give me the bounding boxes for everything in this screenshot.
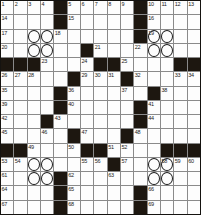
white-cell[interactable]: 44 bbox=[148, 115, 160, 128]
black-cell bbox=[94, 144, 106, 157]
white-cell[interactable]: 45 bbox=[1, 129, 13, 142]
white-cell[interactable]: 1 bbox=[1, 1, 13, 14]
black-cell bbox=[14, 58, 26, 71]
white-cell[interactable] bbox=[28, 15, 40, 28]
white-cell[interactable] bbox=[188, 44, 200, 57]
clue-number: 29 bbox=[81, 72, 87, 78]
white-cell[interactable] bbox=[174, 15, 186, 28]
black-cell bbox=[121, 129, 133, 142]
white-cell[interactable] bbox=[174, 30, 186, 43]
white-cell[interactable]: 43 bbox=[54, 115, 66, 128]
white-cell[interactable] bbox=[148, 72, 160, 85]
white-cell[interactable]: 59 bbox=[174, 158, 186, 171]
clue-number: 27 bbox=[15, 72, 21, 78]
clue-number: 51 bbox=[108, 144, 114, 150]
white-cell[interactable]: 53 bbox=[1, 158, 13, 171]
white-cell[interactable]: 9 bbox=[121, 1, 133, 14]
white-cell[interactable] bbox=[14, 186, 26, 199]
white-cell[interactable] bbox=[148, 129, 160, 142]
clue-number: 65 bbox=[68, 186, 74, 192]
white-cell[interactable] bbox=[148, 44, 160, 57]
white-cell[interactable] bbox=[28, 87, 40, 100]
circle-marker bbox=[161, 172, 173, 185]
clue-number: 44 bbox=[148, 115, 154, 121]
white-cell[interactable]: 24 bbox=[81, 58, 93, 71]
white-cell[interactable] bbox=[174, 101, 186, 114]
white-cell[interactable] bbox=[108, 87, 120, 100]
white-cell[interactable] bbox=[41, 87, 53, 100]
white-cell[interactable] bbox=[188, 172, 200, 185]
white-cell[interactable] bbox=[188, 15, 200, 28]
clue-number: 60 bbox=[188, 158, 194, 164]
clue-number: 5 bbox=[68, 1, 71, 7]
white-cell[interactable] bbox=[121, 172, 133, 185]
white-cell[interactable]: 10 bbox=[148, 1, 160, 14]
white-cell[interactable]: 65 bbox=[68, 186, 80, 199]
white-cell[interactable] bbox=[94, 15, 106, 28]
white-cell[interactable] bbox=[54, 129, 66, 142]
white-cell[interactable]: 23 bbox=[41, 58, 53, 71]
clue-number: 40 bbox=[68, 101, 74, 107]
white-cell[interactable] bbox=[188, 101, 200, 114]
clue-number: 67 bbox=[2, 201, 8, 207]
clue-number: 32 bbox=[135, 72, 141, 78]
white-cell[interactable] bbox=[94, 186, 106, 199]
white-cell[interactable]: 64 bbox=[1, 186, 13, 199]
white-cell[interactable]: 62 bbox=[68, 172, 80, 185]
white-cell[interactable] bbox=[68, 44, 80, 57]
clue-number: 64 bbox=[2, 186, 8, 192]
black-cell bbox=[1, 58, 13, 71]
black-cell bbox=[134, 101, 146, 114]
clue-number: 24 bbox=[81, 58, 87, 64]
white-cell[interactable]: 39 bbox=[1, 101, 13, 114]
black-cell bbox=[188, 144, 200, 157]
white-cell[interactable]: 21 bbox=[94, 44, 106, 57]
black-cell bbox=[134, 186, 146, 199]
white-cell[interactable] bbox=[81, 201, 93, 214]
white-cell[interactable] bbox=[14, 15, 26, 28]
white-cell[interactable] bbox=[54, 158, 66, 171]
black-cell bbox=[134, 1, 146, 14]
white-cell[interactable]: 5 bbox=[68, 1, 80, 14]
white-cell[interactable] bbox=[41, 101, 53, 114]
black-cell bbox=[28, 58, 40, 71]
white-cell[interactable]: 67 bbox=[1, 201, 13, 214]
white-cell[interactable] bbox=[28, 201, 40, 214]
clue-number: 1 bbox=[2, 1, 5, 7]
white-cell[interactable] bbox=[14, 87, 26, 100]
circle-marker bbox=[41, 44, 53, 57]
clue-number: 30 bbox=[95, 72, 101, 78]
white-cell[interactable]: 28 bbox=[28, 72, 40, 85]
white-cell[interactable] bbox=[54, 44, 66, 57]
white-cell[interactable]: 68 bbox=[68, 201, 80, 214]
white-cell[interactable] bbox=[81, 186, 93, 199]
clue-number: 37 bbox=[121, 87, 127, 93]
black-cell bbox=[134, 30, 146, 43]
white-cell[interactable]: 22 bbox=[134, 44, 146, 57]
white-cell[interactable] bbox=[161, 186, 173, 199]
white-cell[interactable]: 49 bbox=[28, 144, 40, 157]
white-cell[interactable]: 40 bbox=[68, 101, 80, 114]
white-cell[interactable] bbox=[108, 101, 120, 114]
white-cell[interactable]: 7 bbox=[94, 1, 106, 14]
white-cell[interactable] bbox=[54, 58, 66, 71]
white-cell[interactable] bbox=[121, 201, 133, 214]
white-cell[interactable] bbox=[121, 186, 133, 199]
white-cell[interactable] bbox=[81, 30, 93, 43]
white-cell[interactable] bbox=[14, 115, 26, 128]
clue-number: 61 bbox=[2, 172, 8, 178]
black-cell bbox=[54, 186, 66, 199]
circle-marker bbox=[41, 172, 53, 185]
white-cell[interactable]: 69 bbox=[148, 201, 160, 214]
white-cell[interactable]: 60 bbox=[188, 158, 200, 171]
white-cell[interactable]: 17 bbox=[1, 30, 13, 43]
white-cell[interactable] bbox=[28, 30, 40, 43]
white-cell[interactable] bbox=[121, 15, 133, 28]
white-cell[interactable] bbox=[188, 115, 200, 128]
white-cell[interactable] bbox=[81, 15, 93, 28]
white-cell[interactable] bbox=[28, 101, 40, 114]
white-cell[interactable] bbox=[121, 44, 133, 57]
clue-number: 19 bbox=[148, 30, 154, 36]
white-cell[interactable] bbox=[188, 129, 200, 142]
black-cell bbox=[54, 101, 66, 114]
white-cell[interactable] bbox=[108, 30, 120, 43]
black-cell bbox=[81, 44, 93, 57]
clue-number: 54 bbox=[15, 158, 21, 164]
clue-number: 31 bbox=[108, 72, 114, 78]
black-cell bbox=[41, 115, 53, 128]
circle-marker bbox=[28, 172, 40, 185]
clue-number: 52 bbox=[121, 144, 127, 150]
clue-number: 69 bbox=[148, 201, 154, 207]
clue-number: 46 bbox=[41, 129, 47, 135]
black-cell bbox=[1, 144, 13, 157]
white-cell[interactable]: 26 bbox=[1, 72, 13, 85]
circle-marker bbox=[41, 30, 53, 43]
circle-marker bbox=[41, 158, 53, 171]
black-cell bbox=[54, 87, 66, 100]
white-cell[interactable]: 66 bbox=[148, 186, 160, 199]
clue-number: 55 bbox=[81, 158, 87, 164]
white-cell[interactable]: 50 bbox=[68, 144, 80, 157]
white-cell[interactable] bbox=[174, 172, 186, 185]
clue-number: 25 bbox=[121, 58, 127, 64]
white-cell[interactable] bbox=[68, 58, 80, 71]
clue-number: 23 bbox=[41, 58, 47, 64]
clue-number: 38 bbox=[161, 87, 167, 93]
black-cell bbox=[161, 144, 173, 157]
white-cell[interactable] bbox=[148, 144, 160, 157]
white-cell[interactable] bbox=[121, 115, 133, 128]
white-cell[interactable]: 37 bbox=[121, 87, 133, 100]
clue-number: 3 bbox=[28, 1, 31, 7]
white-cell[interactable]: 14 bbox=[1, 15, 13, 28]
white-cell[interactable] bbox=[54, 72, 66, 85]
white-cell[interactable] bbox=[188, 201, 200, 214]
white-cell[interactable] bbox=[81, 115, 93, 128]
white-cell[interactable]: 38 bbox=[161, 87, 173, 100]
white-cell[interactable] bbox=[174, 44, 186, 57]
white-cell[interactable]: 41 bbox=[148, 101, 160, 114]
white-cell[interactable] bbox=[161, 201, 173, 214]
white-cell[interactable]: 42 bbox=[1, 115, 13, 128]
white-cell[interactable] bbox=[41, 186, 53, 199]
white-cell[interactable] bbox=[188, 186, 200, 199]
white-cell[interactable] bbox=[148, 158, 160, 171]
white-cell[interactable] bbox=[68, 158, 80, 171]
clue-number: 12 bbox=[175, 1, 181, 7]
clue-number: 35 bbox=[2, 87, 8, 93]
white-cell[interactable]: 13 bbox=[188, 1, 200, 14]
white-cell[interactable] bbox=[41, 44, 53, 57]
white-cell[interactable] bbox=[14, 172, 26, 185]
white-cell[interactable]: 30 bbox=[94, 72, 106, 85]
black-cell bbox=[54, 172, 66, 185]
clue-number: 22 bbox=[135, 44, 141, 50]
clue-number: 53 bbox=[2, 158, 8, 164]
white-cell[interactable] bbox=[28, 129, 40, 142]
black-cell bbox=[68, 72, 80, 85]
white-cell[interactable]: 3 bbox=[28, 1, 40, 14]
white-cell[interactable]: 48 bbox=[134, 129, 146, 142]
white-cell[interactable]: 33 bbox=[174, 72, 186, 85]
white-cell[interactable]: 8 bbox=[108, 1, 120, 14]
clue-number: 59 bbox=[175, 158, 181, 164]
black-cell bbox=[81, 144, 93, 157]
white-cell[interactable] bbox=[94, 30, 106, 43]
white-cell[interactable] bbox=[14, 129, 26, 142]
white-cell[interactable]: 46 bbox=[41, 129, 53, 142]
white-cell[interactable] bbox=[14, 201, 26, 214]
white-cell[interactable]: 34 bbox=[188, 72, 200, 85]
white-cell[interactable] bbox=[108, 15, 120, 28]
circle-marker bbox=[161, 44, 173, 57]
black-cell bbox=[121, 72, 133, 85]
white-cell[interactable]: 32 bbox=[134, 72, 146, 85]
black-cell bbox=[174, 58, 186, 71]
white-cell[interactable]: 52 bbox=[121, 144, 133, 157]
white-cell[interactable] bbox=[41, 144, 53, 157]
black-cell bbox=[108, 158, 120, 171]
white-cell[interactable]: 58 bbox=[161, 158, 173, 171]
white-cell[interactable] bbox=[68, 115, 80, 128]
white-cell[interactable] bbox=[108, 186, 120, 199]
white-cell[interactable] bbox=[108, 115, 120, 128]
white-cell[interactable]: 57 bbox=[121, 158, 133, 171]
white-cell[interactable] bbox=[41, 172, 53, 185]
white-cell[interactable] bbox=[94, 201, 106, 214]
white-cell[interactable] bbox=[161, 115, 173, 128]
circle-marker bbox=[161, 30, 173, 43]
clue-number: 16 bbox=[148, 15, 154, 21]
black-cell bbox=[54, 1, 66, 14]
white-cell[interactable] bbox=[81, 87, 93, 100]
white-cell[interactable] bbox=[28, 44, 40, 57]
clue-number: 50 bbox=[68, 144, 74, 150]
white-cell[interactable] bbox=[94, 101, 106, 114]
clue-number: 49 bbox=[28, 144, 34, 150]
circle-marker bbox=[28, 158, 40, 171]
white-cell[interactable] bbox=[41, 158, 53, 171]
circle-marker bbox=[28, 44, 40, 57]
clue-number: 28 bbox=[28, 72, 34, 78]
white-cell[interactable] bbox=[174, 186, 186, 199]
white-cell[interactable]: 18 bbox=[54, 30, 66, 43]
white-cell[interactable] bbox=[28, 115, 40, 128]
clue-number: 43 bbox=[55, 115, 61, 121]
white-cell[interactable] bbox=[94, 129, 106, 142]
clue-number: 48 bbox=[135, 129, 141, 135]
white-cell[interactable]: 51 bbox=[108, 144, 120, 157]
white-cell[interactable]: 31 bbox=[108, 72, 120, 85]
white-cell[interactable] bbox=[174, 129, 186, 142]
white-cell[interactable] bbox=[108, 201, 120, 214]
white-cell[interactable] bbox=[134, 144, 146, 157]
white-cell[interactable]: 11 bbox=[161, 1, 173, 14]
white-cell[interactable]: 47 bbox=[81, 129, 93, 142]
white-cell[interactable] bbox=[134, 58, 146, 71]
black-cell bbox=[68, 129, 80, 142]
clue-number: 7 bbox=[95, 1, 98, 7]
clue-number: 11 bbox=[161, 1, 166, 7]
white-cell[interactable] bbox=[28, 172, 40, 185]
clue-number: 33 bbox=[175, 72, 181, 78]
circle-marker bbox=[148, 172, 160, 185]
white-cell[interactable] bbox=[188, 30, 200, 43]
clue-number: 8 bbox=[108, 1, 111, 7]
white-cell[interactable] bbox=[41, 201, 53, 214]
white-cell[interactable] bbox=[14, 101, 26, 114]
white-cell[interactable]: 15 bbox=[68, 15, 80, 28]
white-cell[interactable] bbox=[161, 72, 173, 85]
clue-number: 47 bbox=[81, 129, 87, 135]
black-cell bbox=[134, 201, 146, 214]
white-cell[interactable] bbox=[121, 101, 133, 114]
black-cell bbox=[108, 58, 120, 71]
white-cell[interactable]: 16 bbox=[148, 15, 160, 28]
white-cell[interactable] bbox=[28, 158, 40, 171]
black-cell bbox=[188, 58, 200, 71]
clue-number: 62 bbox=[68, 172, 74, 178]
white-cell[interactable] bbox=[14, 44, 26, 57]
white-cell[interactable] bbox=[54, 144, 66, 157]
white-cell[interactable]: 54 bbox=[14, 158, 26, 171]
circle-marker bbox=[148, 158, 160, 171]
clue-number: 66 bbox=[148, 186, 154, 192]
white-cell[interactable] bbox=[134, 87, 146, 100]
white-cell[interactable]: 6 bbox=[81, 1, 93, 14]
white-cell[interactable]: 4 bbox=[41, 1, 53, 14]
white-cell[interactable] bbox=[134, 172, 146, 185]
clue-number: 68 bbox=[68, 201, 74, 207]
clue-number: 26 bbox=[2, 72, 8, 78]
clue-number: 41 bbox=[148, 101, 154, 107]
white-cell[interactable]: 36 bbox=[68, 87, 80, 100]
clue-number: 15 bbox=[68, 15, 74, 21]
white-cell[interactable] bbox=[94, 172, 106, 185]
white-cell[interactable] bbox=[108, 44, 120, 57]
white-cell[interactable] bbox=[28, 186, 40, 199]
white-cell[interactable] bbox=[188, 87, 200, 100]
white-cell[interactable]: 2 bbox=[14, 1, 26, 14]
black-cell bbox=[14, 144, 26, 157]
white-cell[interactable] bbox=[161, 58, 173, 71]
clue-number: 39 bbox=[2, 101, 8, 107]
white-cell[interactable] bbox=[174, 87, 186, 100]
black-cell bbox=[94, 58, 106, 71]
white-cell[interactable] bbox=[81, 101, 93, 114]
black-cell bbox=[134, 115, 146, 128]
white-cell[interactable]: 63 bbox=[108, 172, 120, 185]
clue-number: 58 bbox=[161, 158, 167, 164]
circle-marker bbox=[148, 44, 160, 57]
clue-number: 57 bbox=[121, 158, 127, 164]
clue-number: 34 bbox=[188, 72, 194, 78]
white-cell[interactable] bbox=[134, 158, 146, 171]
white-cell[interactable]: 61 bbox=[1, 172, 13, 185]
white-cell[interactable] bbox=[161, 172, 173, 185]
white-cell[interactable]: 55 bbox=[81, 158, 93, 171]
clue-number: 63 bbox=[108, 172, 114, 178]
white-cell[interactable] bbox=[94, 115, 106, 128]
white-cell[interactable] bbox=[161, 15, 173, 28]
white-cell[interactable]: 29 bbox=[81, 72, 93, 85]
clue-number: 56 bbox=[95, 158, 101, 164]
white-cell[interactable] bbox=[174, 201, 186, 214]
white-cell[interactable] bbox=[121, 30, 133, 43]
white-cell[interactable] bbox=[41, 15, 53, 28]
white-cell[interactable] bbox=[14, 30, 26, 43]
white-cell[interactable]: 27 bbox=[14, 72, 26, 85]
white-cell[interactable] bbox=[41, 30, 53, 43]
clue-number: 17 bbox=[2, 30, 8, 36]
white-cell[interactable]: 56 bbox=[94, 158, 106, 171]
black-cell bbox=[54, 201, 66, 214]
clue-number: 14 bbox=[2, 15, 8, 21]
white-cell[interactable] bbox=[161, 129, 173, 142]
white-cell[interactable] bbox=[174, 115, 186, 128]
white-cell[interactable] bbox=[68, 30, 80, 43]
white-cell[interactable] bbox=[41, 72, 53, 85]
clue-number: 20 bbox=[2, 44, 8, 50]
white-cell[interactable] bbox=[148, 58, 160, 71]
clue-number: 18 bbox=[55, 30, 61, 36]
white-cell[interactable] bbox=[161, 101, 173, 114]
white-cell[interactable]: 19 bbox=[148, 30, 160, 43]
white-cell[interactable]: 25 bbox=[121, 58, 133, 71]
black-cell bbox=[148, 87, 160, 100]
white-cell[interactable] bbox=[81, 172, 93, 185]
black-cell bbox=[54, 15, 66, 28]
white-cell[interactable] bbox=[108, 129, 120, 142]
white-cell[interactable] bbox=[94, 87, 106, 100]
clue-number: 10 bbox=[148, 1, 154, 7]
white-cell[interactable]: 12 bbox=[174, 1, 186, 14]
crossword-grid: 1234567891011121314151617181920212223242… bbox=[0, 0, 201, 215]
white-cell[interactable]: 20 bbox=[1, 44, 13, 57]
black-cell bbox=[134, 15, 146, 28]
white-cell[interactable] bbox=[161, 30, 173, 43]
black-cell bbox=[174, 144, 186, 157]
white-cell[interactable]: 35 bbox=[1, 87, 13, 100]
clue-number: 13 bbox=[188, 1, 194, 7]
white-cell[interactable] bbox=[161, 44, 173, 57]
white-cell[interactable] bbox=[148, 172, 160, 185]
